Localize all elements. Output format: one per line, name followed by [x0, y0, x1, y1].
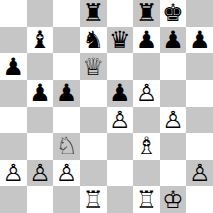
piece-black-rook[interactable]: ♜	[82, 0, 104, 26]
square-h1[interactable]	[186, 186, 213, 213]
piece-black-pawn[interactable]: ♟	[189, 27, 211, 53]
square-b7[interactable]: ♝	[27, 27, 54, 54]
square-d7[interactable]: ♞	[80, 27, 107, 54]
square-f1[interactable]: ♖	[133, 186, 160, 213]
square-h5[interactable]	[186, 80, 213, 107]
square-d5[interactable]	[80, 80, 107, 107]
square-d4[interactable]	[80, 107, 107, 134]
square-g3[interactable]	[160, 133, 187, 160]
piece-black-pawn[interactable]: ♟	[29, 80, 51, 106]
piece-black-pawn[interactable]: ♟	[109, 80, 131, 106]
square-a2[interactable]: ♙	[0, 160, 27, 187]
piece-white-rook[interactable]: ♖	[82, 187, 104, 213]
piece-black-rook[interactable]: ♜	[136, 0, 158, 26]
square-d8[interactable]: ♜	[80, 0, 107, 27]
square-a4[interactable]	[0, 107, 27, 134]
piece-black-pawn[interactable]: ♟	[56, 80, 78, 106]
square-a5[interactable]	[0, 80, 27, 107]
piece-black-pawn[interactable]: ♟	[3, 54, 25, 80]
piece-white-queen[interactable]: ♕	[82, 54, 104, 80]
square-d2[interactable]	[80, 160, 107, 187]
square-c1[interactable]	[53, 186, 80, 213]
square-c7[interactable]	[53, 27, 80, 54]
square-g7[interactable]: ♟	[160, 27, 187, 54]
square-g2[interactable]	[160, 160, 187, 187]
square-f4[interactable]	[133, 107, 160, 134]
square-d6[interactable]: ♕	[80, 53, 107, 80]
square-f7[interactable]: ♟	[133, 27, 160, 54]
square-h2[interactable]: ♙	[186, 160, 213, 187]
square-e2[interactable]	[107, 160, 134, 187]
piece-black-knight[interactable]: ♞	[82, 27, 104, 53]
square-h4[interactable]	[186, 107, 213, 134]
piece-black-pawn[interactable]: ♟	[162, 27, 184, 53]
square-h6[interactable]	[186, 53, 213, 80]
square-g8[interactable]: ♚	[160, 0, 187, 27]
square-b6[interactable]	[27, 53, 54, 80]
square-e8[interactable]	[107, 0, 134, 27]
square-a6[interactable]: ♟	[0, 53, 27, 80]
square-c5[interactable]: ♟	[53, 80, 80, 107]
square-a1[interactable]	[0, 186, 27, 213]
piece-white-pawn[interactable]: ♙	[189, 160, 211, 186]
square-f5[interactable]: ♙	[133, 80, 160, 107]
square-f2[interactable]	[133, 160, 160, 187]
piece-black-king[interactable]: ♚	[162, 0, 184, 26]
piece-white-pawn[interactable]: ♙	[3, 160, 25, 186]
square-a3[interactable]	[0, 133, 27, 160]
square-e3[interactable]	[107, 133, 134, 160]
square-e6[interactable]	[107, 53, 134, 80]
piece-white-pawn[interactable]: ♙	[109, 107, 131, 133]
piece-white-rook[interactable]: ♖	[136, 187, 158, 213]
piece-black-pawn[interactable]: ♟	[136, 27, 158, 53]
piece-white-pawn[interactable]: ♙	[56, 160, 78, 186]
square-h8[interactable]	[186, 0, 213, 27]
square-e4[interactable]: ♙	[107, 107, 134, 134]
piece-white-pawn[interactable]: ♙	[162, 107, 184, 133]
square-b8[interactable]	[27, 0, 54, 27]
square-c3[interactable]: ♘	[53, 133, 80, 160]
square-d1[interactable]: ♖	[80, 186, 107, 213]
square-b4[interactable]	[27, 107, 54, 134]
square-g6[interactable]	[160, 53, 187, 80]
piece-white-bishop[interactable]: ♗	[136, 133, 158, 159]
square-c2[interactable]: ♙	[53, 160, 80, 187]
square-c8[interactable]	[53, 0, 80, 27]
square-f3[interactable]: ♗	[133, 133, 160, 160]
square-c4[interactable]	[53, 107, 80, 134]
chess-board: ♜♜♚♝♞♛♟♟♟♟♕♟♟♟♙♙♙♘♗♙♙♙♙♖♖♔	[0, 0, 213, 213]
square-b2[interactable]: ♙	[27, 160, 54, 187]
piece-white-knight[interactable]: ♘	[56, 133, 78, 159]
square-d3[interactable]	[80, 133, 107, 160]
square-b1[interactable]	[27, 186, 54, 213]
square-a7[interactable]	[0, 27, 27, 54]
piece-white-pawn[interactable]: ♙	[29, 160, 51, 186]
square-b5[interactable]: ♟	[27, 80, 54, 107]
square-a8[interactable]	[0, 0, 27, 27]
piece-black-bishop[interactable]: ♝	[29, 27, 51, 53]
piece-black-queen[interactable]: ♛	[109, 27, 131, 53]
square-f8[interactable]: ♜	[133, 0, 160, 27]
square-b3[interactable]	[27, 133, 54, 160]
square-g4[interactable]: ♙	[160, 107, 187, 134]
piece-white-pawn[interactable]: ♙	[136, 80, 158, 106]
square-c6[interactable]	[53, 53, 80, 80]
square-f6[interactable]	[133, 53, 160, 80]
square-e7[interactable]: ♛	[107, 27, 134, 54]
square-g5[interactable]	[160, 80, 187, 107]
piece-white-king[interactable]: ♔	[162, 187, 184, 213]
square-h7[interactable]: ♟	[186, 27, 213, 54]
square-h3[interactable]	[186, 133, 213, 160]
square-g1[interactable]: ♔	[160, 186, 187, 213]
square-e1[interactable]	[107, 186, 134, 213]
square-e5[interactable]: ♟	[107, 80, 134, 107]
